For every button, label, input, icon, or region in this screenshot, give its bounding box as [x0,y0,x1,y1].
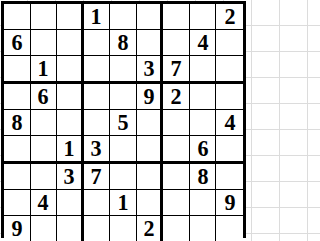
sudoku-cell[interactable] [57,190,84,216]
sudoku-cell[interactable] [31,216,58,241]
sudoku-cell[interactable] [216,216,243,241]
sudoku-cell[interactable] [31,136,58,164]
sudoku-cell[interactable] [84,216,111,241]
sudoku-cell[interactable] [84,84,111,110]
sudoku-cell[interactable] [31,164,58,190]
sudoku-cell[interactable] [137,190,164,216]
sudoku-cell[interactable] [163,190,190,216]
sudoku-cell[interactable]: 3 [84,136,111,164]
given-digit: 2 [171,84,182,108]
sudoku-cell[interactable] [163,110,190,136]
sudoku-cell[interactable]: 2 [163,84,190,110]
sudoku-cell[interactable]: 4 [31,190,58,216]
given-digit: 9 [143,84,154,108]
given-digit: 6 [197,136,208,160]
sudoku-cell[interactable] [110,84,137,110]
given-digit: 4 [224,110,235,134]
sudoku-cell[interactable] [31,30,58,56]
sudoku-cell[interactable]: 6 [31,84,58,110]
given-digit: 5 [117,110,128,134]
sudoku-cell[interactable] [4,4,31,30]
sudoku-cell[interactable]: 7 [84,164,111,190]
sudoku-cell[interactable] [110,136,137,164]
sudoku-cell[interactable]: 5 [110,110,137,136]
given-digit: 8 [11,110,22,134]
sudoku-board: 1268413769285413637841992 [1,1,246,238]
sudoku-cell[interactable] [57,84,84,110]
sudoku-cell[interactable]: 8 [110,30,137,56]
sudoku-cell[interactable]: 2 [216,4,243,30]
sudoku-cell[interactable] [137,30,164,56]
sudoku-cell[interactable] [137,4,164,30]
sudoku-cell[interactable] [4,164,31,190]
given-digit: 1 [91,4,102,28]
sudoku-cell[interactable]: 3 [57,164,84,190]
sudoku-cell[interactable] [190,190,217,216]
sudoku-cell[interactable] [137,110,164,136]
sudoku-cell[interactable] [4,84,31,110]
sudoku-cell[interactable] [190,84,217,110]
sudoku-cell[interactable] [190,110,217,136]
sudoku-cell[interactable] [190,56,217,84]
sudoku-cell[interactable]: 8 [4,110,31,136]
sudoku-cell[interactable] [110,216,137,241]
sudoku-cell[interactable] [163,4,190,30]
given-digit: 7 [91,164,102,188]
given-digit: 1 [63,136,74,160]
sudoku-cell[interactable]: 1 [57,136,84,164]
sudoku-cell[interactable] [110,56,137,84]
sudoku-cell[interactable]: 9 [137,84,164,110]
sudoku-cell[interactable]: 7 [163,56,190,84]
sudoku-cell[interactable] [31,4,58,30]
sudoku-cell[interactable] [216,136,243,164]
sudoku-cell[interactable] [110,164,137,190]
sudoku-cell[interactable] [216,164,243,190]
sudoku-cell[interactable] [4,136,31,164]
given-digit: 3 [63,164,74,188]
sudoku-cell[interactable] [163,216,190,241]
sudoku-cell[interactable]: 2 [137,216,164,241]
sudoku-cell[interactable] [57,30,84,56]
given-digit: 8 [197,164,208,188]
sudoku-cell[interactable]: 4 [190,30,217,56]
sudoku-cell[interactable] [57,216,84,241]
sudoku-cell[interactable] [57,4,84,30]
sudoku-cell[interactable] [137,136,164,164]
sudoku-cell[interactable] [216,84,243,110]
given-digit: 2 [143,216,154,240]
sudoku-cell[interactable]: 6 [190,136,217,164]
sudoku-cell[interactable] [4,56,31,84]
given-digit: 3 [91,136,102,160]
sudoku-cell[interactable] [84,110,111,136]
sudoku-cell[interactable] [84,190,111,216]
sudoku-cell[interactable]: 1 [110,190,137,216]
sudoku-cell[interactable] [163,136,190,164]
sudoku-cell[interactable] [163,164,190,190]
sudoku-cell[interactable] [84,56,111,84]
sudoku-cell[interactable] [31,110,58,136]
sudoku-cell[interactable]: 6 [4,30,31,56]
given-digit: 6 [38,84,49,108]
given-digit: 1 [38,56,49,80]
sudoku-cell[interactable]: 8 [190,164,217,190]
sudoku-cell[interactable] [163,30,190,56]
given-digit: 6 [11,30,22,54]
sudoku-cell[interactable] [190,216,217,241]
sudoku-cell[interactable]: 3 [137,56,164,84]
given-digit: 8 [117,30,128,54]
sudoku-cell[interactable] [216,56,243,84]
sudoku-cell[interactable] [110,4,137,30]
sudoku-cell[interactable]: 9 [4,216,31,241]
sudoku-cell[interactable]: 4 [216,110,243,136]
sudoku-cell[interactable]: 1 [31,56,58,84]
given-digit: 4 [38,190,49,214]
given-digit: 4 [197,30,208,54]
sudoku-cell[interactable]: 9 [216,190,243,216]
given-digit: 2 [224,4,235,28]
sudoku-cell[interactable] [4,190,31,216]
sudoku-cell[interactable]: 1 [84,4,111,30]
given-digit: 9 [11,216,22,240]
sudoku-cell[interactable] [137,164,164,190]
sudoku-cell[interactable] [190,4,217,30]
given-digit: 9 [224,190,235,214]
sudoku-cell[interactable] [216,30,243,56]
given-digit: 1 [117,190,128,214]
sudoku-cell[interactable] [84,30,111,56]
given-digit: 7 [171,56,182,80]
sudoku-cell[interactable] [57,56,84,84]
sudoku-cell[interactable] [57,110,84,136]
given-digit: 3 [143,56,154,80]
